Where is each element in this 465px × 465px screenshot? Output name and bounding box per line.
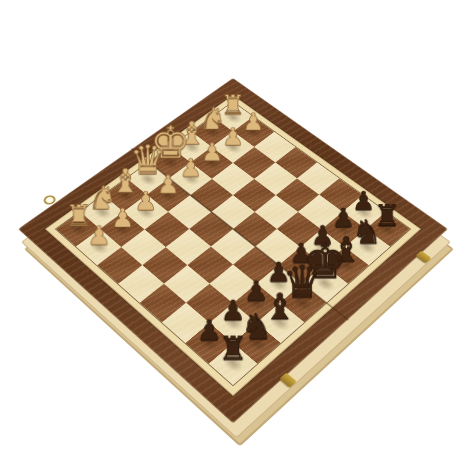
white-pawn-glyph: ♟ [222,124,244,148]
chess-board: ♜♟♟♜♞♟♟♞♝♟♟♝♚♟♟♚♛♟♟♛♝♟♟♝♞♟♟♞♜♟♟♜ [18,77,448,422]
white-pawn-glyph: ♟ [110,205,133,231]
white-pawn-glyph: ♟ [157,171,180,196]
white-pawn-glyph: ♟ [200,139,222,164]
white-pawn-glyph: ♟ [86,222,110,248]
white-pawn-glyph: ♟ [179,155,201,180]
black-pawn-glyph: ♟ [352,188,375,214]
white-pawn-glyph: ♟ [242,109,264,133]
black-rook-glyph: ♜ [218,332,248,365]
white-pawn-glyph: ♟ [134,188,157,214]
hinge-loop-icon [41,193,58,206]
product-photo-scene: ♜♟♟♜♞♟♟♞♝♟♟♝♚♟♟♚♛♟♟♛♝♟♟♝♞♟♟♞♜♟♟♜ [0,0,465,465]
